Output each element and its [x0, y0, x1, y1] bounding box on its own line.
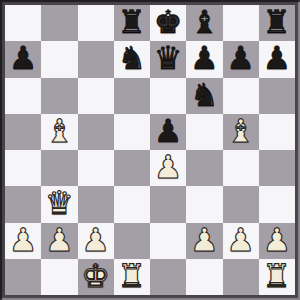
square-f1[interactable] [186, 259, 222, 295]
square-b6[interactable] [41, 78, 77, 114]
square-d1[interactable]: ♜ [114, 259, 150, 295]
square-d2[interactable] [114, 223, 150, 259]
square-c6[interactable] [78, 78, 114, 114]
square-e8[interactable]: ♚ [150, 5, 186, 41]
square-g5[interactable]: ♝ [223, 114, 259, 150]
white-rook[interactable]: ♜ [263, 259, 292, 294]
square-g1[interactable] [223, 259, 259, 295]
square-b8[interactable] [41, 5, 77, 41]
black-pawn[interactable]: ♟ [263, 41, 292, 76]
black-queen[interactable]: ♛ [154, 41, 183, 76]
square-c3[interactable] [78, 186, 114, 222]
square-a1[interactable] [5, 259, 41, 295]
black-rook[interactable]: ♜ [118, 5, 147, 40]
square-h3[interactable] [259, 186, 295, 222]
square-a8[interactable] [5, 5, 41, 41]
white-king[interactable]: ♚ [81, 259, 110, 294]
square-g2[interactable]: ♟ [223, 223, 259, 259]
square-d6[interactable] [114, 78, 150, 114]
square-b7[interactable] [41, 41, 77, 77]
square-g7[interactable]: ♟ [223, 41, 259, 77]
black-king[interactable]: ♚ [154, 5, 183, 40]
square-f6[interactable]: ♞ [186, 78, 222, 114]
chess-board-frame: ♜♚♝♜♟♞♛♟♟♟♞♝♟♝♟♛♟♟♟♟♟♟♚♜♜ [0, 0, 300, 300]
square-a2[interactable]: ♟ [5, 223, 41, 259]
black-knight[interactable]: ♞ [190, 78, 219, 113]
white-pawn[interactable]: ♟ [226, 223, 255, 258]
black-pawn[interactable]: ♟ [190, 41, 219, 76]
square-b2[interactable]: ♟ [41, 223, 77, 259]
white-pawn[interactable]: ♟ [45, 223, 74, 258]
square-c7[interactable] [78, 41, 114, 77]
square-g6[interactable] [223, 78, 259, 114]
white-queen[interactable]: ♛ [45, 186, 74, 221]
square-g3[interactable] [223, 186, 259, 222]
black-rook[interactable]: ♜ [263, 5, 292, 40]
square-d4[interactable] [114, 150, 150, 186]
square-g8[interactable] [223, 5, 259, 41]
square-c2[interactable]: ♟ [78, 223, 114, 259]
square-f2[interactable]: ♟ [186, 223, 222, 259]
square-a5[interactable] [5, 114, 41, 150]
black-bishop[interactable]: ♝ [190, 5, 219, 40]
square-e4[interactable]: ♟ [150, 150, 186, 186]
square-f4[interactable] [186, 150, 222, 186]
square-b5[interactable]: ♝ [41, 114, 77, 150]
square-a6[interactable] [5, 78, 41, 114]
square-g4[interactable] [223, 150, 259, 186]
square-e1[interactable] [150, 259, 186, 295]
white-pawn[interactable]: ♟ [263, 223, 292, 258]
square-h2[interactable]: ♟ [259, 223, 295, 259]
square-a7[interactable]: ♟ [5, 41, 41, 77]
black-pawn[interactable]: ♟ [9, 41, 38, 76]
square-a4[interactable] [5, 150, 41, 186]
square-f7[interactable]: ♟ [186, 41, 222, 77]
square-c5[interactable] [78, 114, 114, 150]
square-e7[interactable]: ♛ [150, 41, 186, 77]
square-e6[interactable] [150, 78, 186, 114]
square-d8[interactable]: ♜ [114, 5, 150, 41]
square-a3[interactable] [5, 186, 41, 222]
square-h6[interactable] [259, 78, 295, 114]
square-h5[interactable] [259, 114, 295, 150]
white-rook[interactable]: ♜ [118, 259, 147, 294]
square-d7[interactable]: ♞ [114, 41, 150, 77]
square-h7[interactable]: ♟ [259, 41, 295, 77]
square-e5[interactable]: ♟ [150, 114, 186, 150]
square-h8[interactable]: ♜ [259, 5, 295, 41]
square-d5[interactable] [114, 114, 150, 150]
white-bishop[interactable]: ♝ [226, 114, 255, 149]
square-e3[interactable] [150, 186, 186, 222]
square-f5[interactable] [186, 114, 222, 150]
square-c4[interactable] [78, 150, 114, 186]
black-pawn[interactable]: ♟ [226, 41, 255, 76]
black-pawn[interactable]: ♟ [154, 114, 183, 149]
square-c8[interactable] [78, 5, 114, 41]
black-knight[interactable]: ♞ [118, 41, 147, 76]
white-pawn[interactable]: ♟ [81, 223, 110, 258]
square-b4[interactable] [41, 150, 77, 186]
white-bishop[interactable]: ♝ [45, 114, 74, 149]
square-h4[interactable] [259, 150, 295, 186]
square-f8[interactable]: ♝ [186, 5, 222, 41]
white-pawn[interactable]: ♟ [190, 223, 219, 258]
square-b3[interactable]: ♛ [41, 186, 77, 222]
square-c1[interactable]: ♚ [78, 259, 114, 295]
square-e2[interactable] [150, 223, 186, 259]
square-b1[interactable] [41, 259, 77, 295]
square-f3[interactable] [186, 186, 222, 222]
chess-board: ♜♚♝♜♟♞♛♟♟♟♞♝♟♝♟♛♟♟♟♟♟♟♚♜♜ [5, 5, 295, 295]
square-h1[interactable]: ♜ [259, 259, 295, 295]
square-d3[interactable] [114, 186, 150, 222]
white-pawn[interactable]: ♟ [154, 150, 183, 185]
white-pawn[interactable]: ♟ [9, 223, 38, 258]
